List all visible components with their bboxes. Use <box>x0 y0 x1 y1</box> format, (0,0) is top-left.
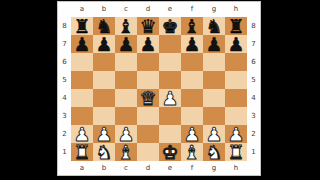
square-a4 <box>71 89 93 107</box>
square-b5 <box>93 71 115 89</box>
square-d3 <box>137 107 159 125</box>
square-d2 <box>137 125 159 143</box>
piece-black-pawn-a7: ♟ <box>73 35 90 53</box>
square-d6 <box>137 53 159 71</box>
square-h7: ♟ <box>225 35 247 53</box>
chessboard: abcdefgh8♜♞♝♛♚♝♞♜87♟♟♟♟♟♟♟766554♛♟4332♟♟… <box>58 2 260 175</box>
file-label-f-bottom: f <box>181 161 203 175</box>
square-b6 <box>93 53 115 71</box>
letterboxed-video-frame: abcdefgh8♜♞♝♛♚♝♞♜87♟♟♟♟♟♟♟766554♛♟4332♟♟… <box>0 0 320 180</box>
square-h1: ♜ <box>225 143 247 161</box>
file-label-a-bottom: a <box>71 161 93 175</box>
square-e3 <box>159 107 181 125</box>
rank-label-7-right: 7 <box>247 35 260 53</box>
rank-label-8-right: 8 <box>247 17 260 35</box>
rank-label-5-right: 5 <box>247 71 260 89</box>
piece-black-pawn-c7: ♟ <box>117 35 134 53</box>
chessboard-panel: abcdefgh8♜♞♝♛♚♝♞♜87♟♟♟♟♟♟♟766554♛♟4332♟♟… <box>57 1 261 176</box>
file-label-d-bottom: d <box>137 161 159 175</box>
rank-label-6-left: 6 <box>58 53 71 71</box>
square-f4 <box>181 89 203 107</box>
square-d7: ♟ <box>137 35 159 53</box>
square-c4 <box>115 89 137 107</box>
square-e6 <box>159 53 181 71</box>
square-h6 <box>225 53 247 71</box>
piece-white-rook-h1: ♜ <box>227 143 244 161</box>
square-h5 <box>225 71 247 89</box>
square-c5 <box>115 71 137 89</box>
square-a6 <box>71 53 93 71</box>
rank-label-1-right: 1 <box>247 143 260 161</box>
square-e7 <box>159 35 181 53</box>
square-g4 <box>203 89 225 107</box>
square-b7: ♟ <box>93 35 115 53</box>
square-f7: ♟ <box>181 35 203 53</box>
rank-label-5-left: 5 <box>58 71 71 89</box>
rank-label-2-right: 2 <box>247 125 260 143</box>
square-f6 <box>181 53 203 71</box>
square-h4 <box>225 89 247 107</box>
file-label-e-bottom: e <box>159 161 181 175</box>
piece-white-pawn-e4: ♟ <box>161 89 178 107</box>
rank-label-2-left: 2 <box>58 125 71 143</box>
rank-label-4-right: 4 <box>247 89 260 107</box>
piece-black-pawn-b7: ♟ <box>95 35 112 53</box>
file-label-c-bottom: c <box>115 161 137 175</box>
square-a1: ♜ <box>71 143 93 161</box>
rank-label-7-left: 7 <box>58 35 71 53</box>
square-c6 <box>115 53 137 71</box>
piece-white-knight-b1: ♞ <box>95 143 112 161</box>
square-g7: ♟ <box>203 35 225 53</box>
square-g5 <box>203 71 225 89</box>
square-b1: ♞ <box>93 143 115 161</box>
piece-white-bishop-c1: ♝ <box>117 143 134 161</box>
rank-label-3-right: 3 <box>247 107 260 125</box>
square-f5 <box>181 71 203 89</box>
square-c1: ♝ <box>115 143 137 161</box>
board-margin-corner-bottom-left <box>58 161 71 175</box>
piece-white-knight-g1: ♞ <box>205 143 222 161</box>
square-b4 <box>93 89 115 107</box>
square-e8: ♚ <box>159 17 181 35</box>
square-f1: ♝ <box>181 143 203 161</box>
square-a5 <box>71 71 93 89</box>
file-label-b-bottom: b <box>93 161 115 175</box>
square-g6 <box>203 53 225 71</box>
square-d4: ♛ <box>137 89 159 107</box>
rank-label-3-left: 3 <box>58 107 71 125</box>
square-e1: ♚ <box>159 143 181 161</box>
rank-label-1-left: 1 <box>58 143 71 161</box>
square-e4: ♟ <box>159 89 181 107</box>
rank-label-6-right: 6 <box>247 53 260 71</box>
board-margin-corner-top-left <box>58 2 71 17</box>
piece-black-pawn-g7: ♟ <box>205 35 222 53</box>
piece-black-pawn-d7: ♟ <box>139 35 156 53</box>
rank-label-4-left: 4 <box>58 89 71 107</box>
piece-black-pawn-f7: ♟ <box>183 35 200 53</box>
board-margin-corner-top-right <box>247 2 260 17</box>
file-label-h-bottom: h <box>225 161 247 175</box>
board-margin-corner-bottom-right <box>247 161 260 175</box>
piece-black-pawn-h7: ♟ <box>227 35 244 53</box>
piece-white-queen-d4: ♛ <box>139 89 156 107</box>
square-a7: ♟ <box>71 35 93 53</box>
square-g1: ♞ <box>203 143 225 161</box>
file-label-g-bottom: g <box>203 161 225 175</box>
rank-label-8-left: 8 <box>58 17 71 35</box>
piece-white-rook-a1: ♜ <box>73 143 90 161</box>
piece-white-bishop-f1: ♝ <box>183 143 200 161</box>
piece-black-king-e8: ♚ <box>161 17 178 35</box>
square-c7: ♟ <box>115 35 137 53</box>
piece-white-king-e1: ♚ <box>161 143 178 161</box>
square-d1 <box>137 143 159 161</box>
